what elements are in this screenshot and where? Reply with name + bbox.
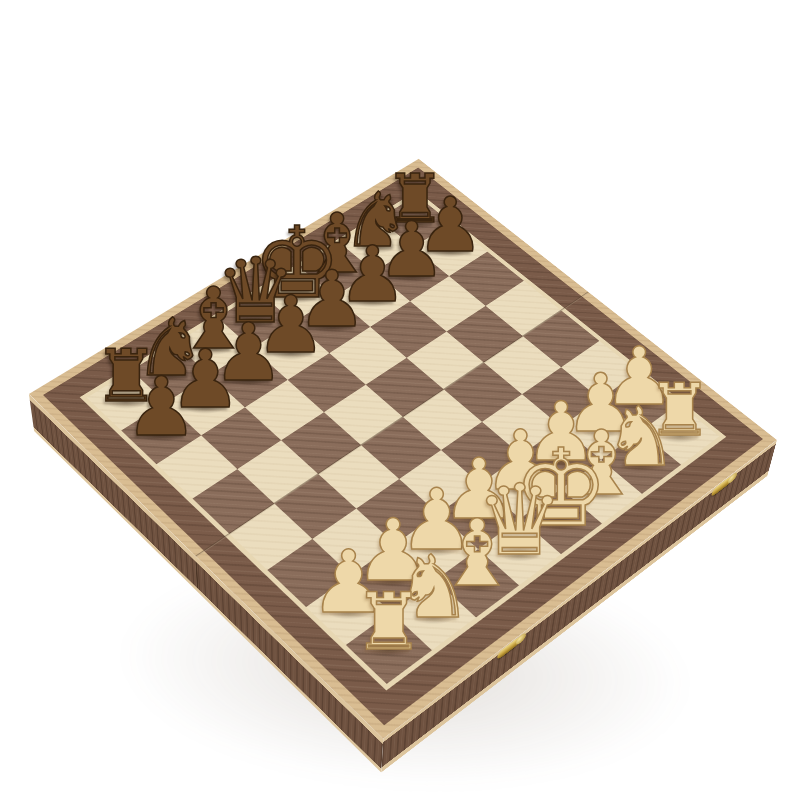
pawn-glyph-icon: ♟ xyxy=(125,366,198,448)
piece-white-rook-a1[interactable]: ♜ xyxy=(353,583,424,662)
rook-glyph-icon: ♜ xyxy=(353,583,424,662)
piece-black-pawn-a7[interactable]: ♟ xyxy=(125,366,198,448)
chess-set-photo-scene: ♜♞♝♛♚♝♞♜♟♟♟♟♟♟♟♟♟♟♟♟♟♟♟♟♜♞♝♛♚♝♞♜ xyxy=(0,0,800,800)
pieces-layer: ♜♞♝♛♚♝♞♜♟♟♟♟♟♟♟♟♟♟♟♟♟♟♟♟♜♞♝♛♚♝♞♜ xyxy=(0,0,800,800)
